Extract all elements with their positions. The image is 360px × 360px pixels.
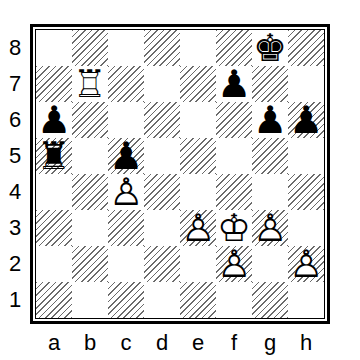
square-b2[interactable] <box>72 246 108 282</box>
square-c8[interactable] <box>108 30 144 66</box>
square-a3[interactable] <box>36 210 72 246</box>
square-e1[interactable] <box>180 282 216 318</box>
square-g5[interactable] <box>252 138 288 174</box>
square-a4[interactable] <box>36 174 72 210</box>
square-h2[interactable]: ♟♙ <box>288 246 324 282</box>
rank-label-5: 5 <box>2 138 28 174</box>
square-d1[interactable] <box>144 282 180 318</box>
square-b7[interactable]: ♜♖ <box>72 66 108 102</box>
piece-glyph: ♖ <box>72 66 108 102</box>
piece-wp: ♟♙ <box>252 210 288 246</box>
piece-wk: ♚♔ <box>216 210 252 246</box>
square-f1[interactable] <box>216 282 252 318</box>
square-a2[interactable] <box>36 246 72 282</box>
piece-glyph: ♟ <box>216 66 252 102</box>
square-c6[interactable] <box>108 102 144 138</box>
square-a7[interactable] <box>36 66 72 102</box>
piece-bp: ♟ <box>288 102 324 138</box>
square-e7[interactable] <box>180 66 216 102</box>
rank-label-3: 3 <box>2 210 28 246</box>
square-b3[interactable] <box>72 210 108 246</box>
square-d6[interactable] <box>144 102 180 138</box>
square-h7[interactable] <box>288 66 324 102</box>
file-label-d: d <box>144 329 180 357</box>
square-f4[interactable] <box>216 174 252 210</box>
file-label-b: b <box>72 329 108 357</box>
square-h1[interactable] <box>288 282 324 318</box>
chess-board: ♚♜♖♟♟♟♟♜♟♟♙♟♙♚♔♟♙♟♙♟♙ <box>30 24 330 324</box>
piece-glyph: ♙ <box>252 210 288 246</box>
piece-wp: ♟♙ <box>180 210 216 246</box>
square-h5[interactable] <box>288 138 324 174</box>
square-e8[interactable] <box>180 30 216 66</box>
square-g6[interactable]: ♟ <box>252 102 288 138</box>
square-h3[interactable] <box>288 210 324 246</box>
square-f2[interactable]: ♟♙ <box>216 246 252 282</box>
piece-glyph: ♙ <box>216 246 252 282</box>
square-c7[interactable] <box>108 66 144 102</box>
piece-bp: ♟ <box>108 138 144 174</box>
piece-glyph: ♟ <box>288 102 324 138</box>
square-e3[interactable]: ♟♙ <box>180 210 216 246</box>
rank-label-8: 8 <box>2 30 28 66</box>
square-f8[interactable] <box>216 30 252 66</box>
piece-glyph: ♜ <box>36 138 72 174</box>
board-inner-frame: ♚♜♖♟♟♟♟♜♟♟♙♟♙♚♔♟♙♟♙♟♙ <box>35 29 325 319</box>
square-d8[interactable] <box>144 30 180 66</box>
square-a6[interactable]: ♟ <box>36 102 72 138</box>
file-label-f: f <box>216 329 252 357</box>
square-d2[interactable] <box>144 246 180 282</box>
square-f3[interactable]: ♚♔ <box>216 210 252 246</box>
square-a8[interactable] <box>36 30 72 66</box>
square-f6[interactable] <box>216 102 252 138</box>
square-h6[interactable]: ♟ <box>288 102 324 138</box>
square-h4[interactable] <box>288 174 324 210</box>
square-g7[interactable] <box>252 66 288 102</box>
piece-glyph: ♟ <box>36 102 72 138</box>
square-b8[interactable] <box>72 30 108 66</box>
square-e5[interactable] <box>180 138 216 174</box>
piece-glyph: ♔ <box>216 210 252 246</box>
rank-label-4: 4 <box>2 174 28 210</box>
square-d7[interactable] <box>144 66 180 102</box>
file-label-g: g <box>252 329 288 357</box>
square-f5[interactable] <box>216 138 252 174</box>
piece-wp: ♟♙ <box>288 246 324 282</box>
file-label-c: c <box>108 329 144 357</box>
piece-bk: ♚ <box>252 30 288 66</box>
square-d5[interactable] <box>144 138 180 174</box>
file-label-e: e <box>180 329 216 357</box>
square-a5[interactable]: ♜ <box>36 138 72 174</box>
square-c5[interactable]: ♟ <box>108 138 144 174</box>
square-c2[interactable] <box>108 246 144 282</box>
rank-label-6: 6 <box>2 102 28 138</box>
piece-wp: ♟♙ <box>108 174 144 210</box>
square-g4[interactable] <box>252 174 288 210</box>
square-b6[interactable] <box>72 102 108 138</box>
rank-label-2: 2 <box>2 246 28 282</box>
piece-glyph: ♟ <box>252 102 288 138</box>
square-h8[interactable] <box>288 30 324 66</box>
square-e4[interactable] <box>180 174 216 210</box>
square-d4[interactable] <box>144 174 180 210</box>
square-c4[interactable]: ♟♙ <box>108 174 144 210</box>
square-b4[interactable] <box>72 174 108 210</box>
square-g1[interactable] <box>252 282 288 318</box>
square-b1[interactable] <box>72 282 108 318</box>
chess-diagram: 87654321 ♚♜♖♟♟♟♟♜♟♟♙♟♙♚♔♟♙♟♙♟♙ abcdefgh <box>0 0 360 360</box>
square-c1[interactable] <box>108 282 144 318</box>
square-e2[interactable] <box>180 246 216 282</box>
rank-label-1: 1 <box>2 282 28 318</box>
piece-bp: ♟ <box>216 66 252 102</box>
piece-glyph: ♙ <box>108 174 144 210</box>
piece-glyph: ♟ <box>108 138 144 174</box>
piece-bp: ♟ <box>252 102 288 138</box>
piece-br: ♜ <box>36 138 72 174</box>
piece-glyph: ♚ <box>252 30 288 66</box>
file-label-h: h <box>288 329 324 357</box>
board-grid: ♚♜♖♟♟♟♟♜♟♟♙♟♙♚♔♟♙♟♙♟♙ <box>36 30 324 318</box>
square-d3[interactable] <box>144 210 180 246</box>
file-label-a: a <box>36 329 72 357</box>
square-f7[interactable]: ♟ <box>216 66 252 102</box>
piece-wp: ♟♙ <box>216 246 252 282</box>
piece-bp: ♟ <box>36 102 72 138</box>
piece-glyph: ♙ <box>288 246 324 282</box>
square-g2[interactable] <box>252 246 288 282</box>
square-g8[interactable]: ♚ <box>252 30 288 66</box>
square-e6[interactable] <box>180 102 216 138</box>
square-b5[interactable] <box>72 138 108 174</box>
square-a1[interactable] <box>36 282 72 318</box>
square-g3[interactable]: ♟♙ <box>252 210 288 246</box>
piece-glyph: ♙ <box>180 210 216 246</box>
rank-label-7: 7 <box>2 66 28 102</box>
piece-wr: ♜♖ <box>72 66 108 102</box>
square-c3[interactable] <box>108 210 144 246</box>
